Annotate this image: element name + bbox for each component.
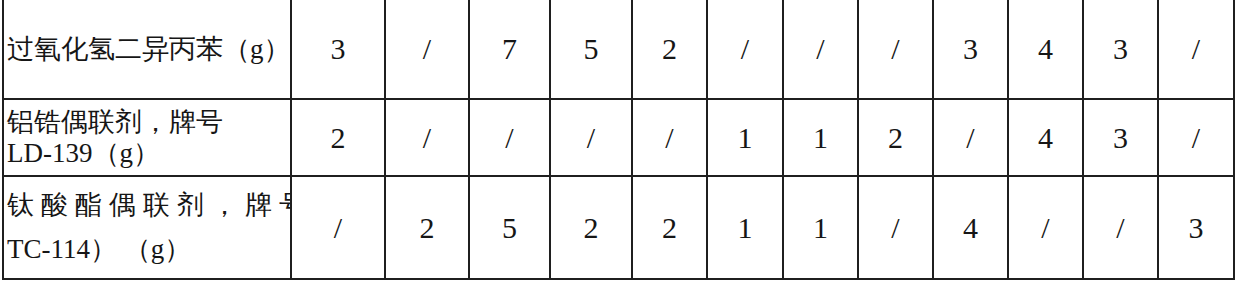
value-r2-c4: / [551, 100, 633, 177]
value-r2-c1: 2 [292, 100, 386, 177]
value-r1-c8: / [859, 0, 934, 100]
row-label-dicumyl-hydroperoxide: 过氧化氢二异丙苯（g） [4, 0, 292, 100]
row-label-line: LD-139（g） [7, 138, 160, 169]
value-r3-c7: 1 [784, 177, 859, 280]
row-label-line: 钛酸酯偶联剂，牌号 [7, 190, 292, 221]
value-r2-c9: / [934, 100, 1009, 177]
formulation-table: 过氧化氢二异丙苯（g） 3 / 7 5 2 / / / 3 4 3 / 铝锆偶联… [2, 0, 1235, 280]
value-r1-c12: / [1159, 0, 1235, 100]
value-r2-c7: 1 [784, 100, 859, 177]
value-r1-c11: 3 [1084, 0, 1159, 100]
row-label-line: 铝锆偶联剂，牌号 [7, 107, 223, 138]
value-r2-c3: / [470, 100, 551, 177]
value-r1-c1: 3 [292, 0, 386, 100]
value-r2-c5: / [633, 100, 708, 177]
value-r1-c3: 7 [470, 0, 551, 100]
value-r2-c8: 2 [859, 100, 934, 177]
value-r3-c2: 2 [386, 177, 470, 280]
document-page: 过氧化氢二异丙苯（g） 3 / 7 5 2 / / / 3 4 3 / 铝锆偶联… [0, 0, 1239, 290]
value-r1-c4: 5 [551, 0, 633, 100]
value-r2-c6: 1 [708, 100, 784, 177]
value-r1-c6: / [708, 0, 784, 100]
value-r3-c8: / [859, 177, 934, 280]
row-label-line: TC-114） （g） [7, 234, 191, 265]
value-r3-c6: 1 [708, 177, 784, 280]
row-label-titanate-coupling-agent: 钛酸酯偶联剂，牌号 TC-114） （g） [4, 177, 292, 280]
value-r3-c9: 4 [934, 177, 1009, 280]
value-r2-c12: / [1159, 100, 1235, 177]
value-r1-c7: / [784, 0, 859, 100]
value-r1-c10: 4 [1009, 0, 1084, 100]
value-r2-c11: 3 [1084, 100, 1159, 177]
value-r1-c5: 2 [633, 0, 708, 100]
value-r3-c1: / [292, 177, 386, 280]
value-r3-c12: 3 [1159, 177, 1235, 280]
row-label-line: 过氧化氢二异丙苯（g） [7, 34, 291, 65]
value-r3-c5: 2 [633, 177, 708, 280]
value-r2-c2: / [386, 100, 470, 177]
value-r3-c4: 2 [551, 177, 633, 280]
value-r3-c3: 5 [470, 177, 551, 280]
value-r3-c10: / [1009, 177, 1084, 280]
value-r3-c11: / [1084, 177, 1159, 280]
value-r2-c10: 4 [1009, 100, 1084, 177]
value-r1-c2: / [386, 0, 470, 100]
row-label-al-zr-coupling-agent: 铝锆偶联剂，牌号 LD-139（g） [4, 100, 292, 177]
value-r1-c9: 3 [934, 0, 1009, 100]
